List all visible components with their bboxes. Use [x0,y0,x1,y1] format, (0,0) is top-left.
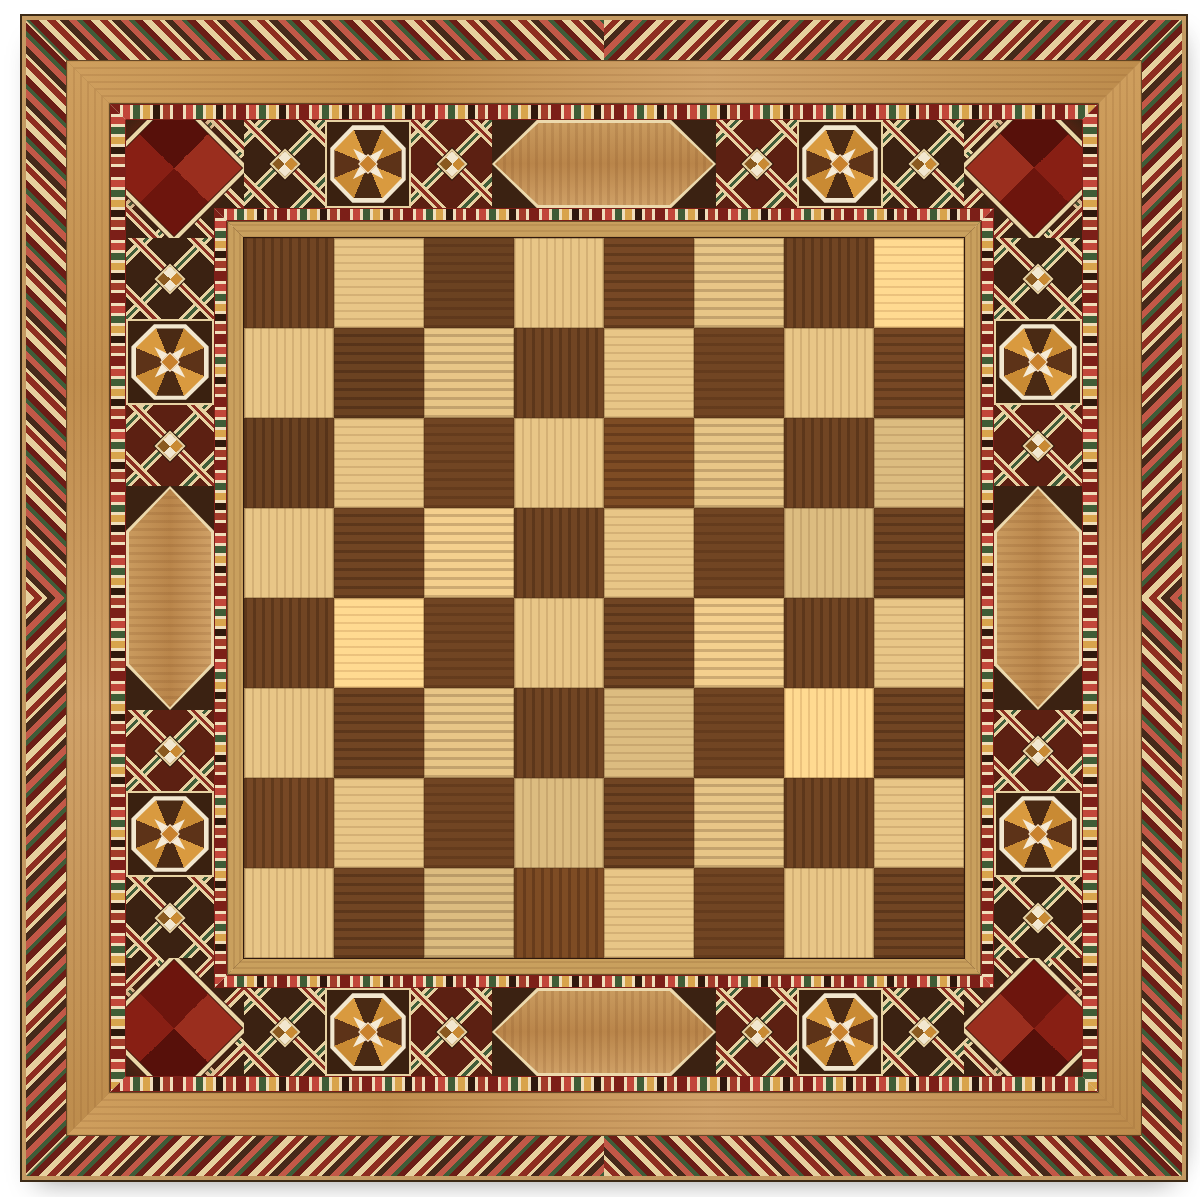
square-a3[interactable] [244,688,334,778]
square-e5[interactable] [604,508,694,598]
chevron-half [26,20,604,60]
lattice-motif [126,877,214,958]
chevron-band-top [26,20,1182,60]
square-g5[interactable] [784,508,874,598]
square-b3[interactable] [334,688,424,778]
oak-frame-bottom [227,958,981,975]
ornate-border-right [994,238,1082,958]
oak-frame-top [227,221,981,238]
oak-hexagon-motif [126,486,214,710]
mosaic-strip-outer-bottom [110,1076,1098,1092]
square-g4[interactable] [784,598,874,688]
square-h5[interactable] [874,508,964,598]
lattice-motif-maroon [716,120,797,208]
lattice-motif [126,238,214,319]
chevron-band-bottom [26,1136,1182,1176]
rosette-motif [797,988,883,1076]
square-f7[interactable] [694,328,784,418]
square-h7[interactable] [874,328,964,418]
square-a6[interactable] [244,418,334,508]
square-g7[interactable] [784,328,874,418]
lattice-motif [994,238,1082,319]
square-h8[interactable] [874,238,964,328]
chevron-half [26,1136,604,1176]
mosaic-strip-outer-left [110,104,126,1092]
square-e4[interactable] [604,598,694,688]
lattice-motif-maroon [126,710,214,791]
rosette-motif [994,791,1082,877]
chess-board [22,16,1186,1180]
square-c2[interactable] [424,778,514,868]
square-b6[interactable] [334,418,424,508]
square-a5[interactable] [244,508,334,598]
lattice-motif-maroon [411,988,492,1076]
oak-hexagon-motif [492,120,716,208]
oak-band-left [66,60,110,1136]
chevron-half [26,598,66,1176]
oak-band-bottom [66,1092,1142,1136]
lattice-motif [244,120,325,208]
oak-band-top [66,60,1142,104]
hexagon-wood [495,991,713,1073]
hexagon-wood [997,489,1079,707]
lattice-motif [994,877,1082,958]
rosette-motif [325,988,411,1076]
chevron-half [1142,20,1182,598]
mosaic-strip-inner-left [214,208,227,988]
mosaic-strip-outer-right [1082,104,1098,1092]
ornate-border-top [244,120,964,208]
square-f3[interactable] [694,688,784,778]
mosaic-strip-inner-right [981,208,994,988]
rosette-motif [126,791,214,877]
mosaic-strip-inner-top [214,208,994,221]
rosette-motif [325,120,411,208]
square-c3[interactable] [424,688,514,778]
square-e8[interactable] [604,238,694,328]
square-f1[interactable] [694,868,784,958]
chevron-half [1142,598,1182,1176]
square-e6[interactable] [604,418,694,508]
lattice-motif-maroon [716,988,797,1076]
square-d4[interactable] [514,598,604,688]
square-c6[interactable] [424,418,514,508]
checkerboard [244,238,964,958]
square-c8[interactable] [424,238,514,328]
ornate-border-left [126,238,214,958]
square-a8[interactable] [244,238,334,328]
square-h1[interactable] [874,868,964,958]
lattice-motif [883,988,964,1076]
square-e7[interactable] [604,328,694,418]
lattice-motif-maroon [411,120,492,208]
square-f8[interactable] [694,238,784,328]
rosette-motif [994,319,1082,405]
square-a1[interactable] [244,868,334,958]
square-c1[interactable] [424,868,514,958]
square-e3[interactable] [604,688,694,778]
square-b8[interactable] [334,238,424,328]
square-e1[interactable] [604,868,694,958]
square-g8[interactable] [784,238,874,328]
square-d3[interactable] [514,688,604,778]
chevron-half [26,20,66,598]
chevron-band-left [26,20,66,1176]
square-f5[interactable] [694,508,784,598]
square-d5[interactable] [514,508,604,598]
mosaic-strip-inner-bottom [214,975,994,988]
oak-hexagon-motif [492,988,716,1076]
square-g2[interactable] [784,778,874,868]
square-g6[interactable] [784,418,874,508]
lattice-motif-maroon [126,405,214,486]
rosette-motif [126,319,214,405]
lattice-motif-maroon [994,405,1082,486]
oak-hexagon-motif [994,486,1082,710]
square-c5[interactable] [424,508,514,598]
chevron-half [604,20,1182,60]
square-d1[interactable] [514,868,604,958]
square-b2[interactable] [334,778,424,868]
square-h4[interactable] [874,598,964,688]
square-a2[interactable] [244,778,334,868]
square-g3[interactable] [784,688,874,778]
square-d7[interactable] [514,328,604,418]
square-c7[interactable] [424,328,514,418]
square-f4[interactable] [694,598,784,688]
oak-band-right [1098,60,1142,1136]
square-b1[interactable] [334,868,424,958]
square-b5[interactable] [334,508,424,598]
chevron-band-right [1142,20,1182,1176]
lattice-motif [883,120,964,208]
square-g1[interactable] [784,868,874,958]
square-d6[interactable] [514,418,604,508]
square-h2[interactable] [874,778,964,868]
ornate-border-bottom [244,988,964,1076]
lattice-motif [244,988,325,1076]
square-a4[interactable] [244,598,334,688]
lattice-motif-maroon [994,710,1082,791]
oak-frame-right [964,221,981,975]
square-c4[interactable] [424,598,514,688]
square-b4[interactable] [334,598,424,688]
square-h6[interactable] [874,418,964,508]
hexagon-wood [495,123,713,205]
oak-frame-left [227,221,244,975]
chevron-half [604,1136,1182,1176]
square-b7[interactable] [334,328,424,418]
hexagon-wood [129,489,211,707]
square-e2[interactable] [604,778,694,868]
square-d2[interactable] [514,778,604,868]
square-f6[interactable] [694,418,784,508]
square-h3[interactable] [874,688,964,778]
square-a7[interactable] [244,328,334,418]
mosaic-strip-outer-top [110,104,1098,120]
square-f2[interactable] [694,778,784,868]
rosette-motif [797,120,883,208]
product-photo [0,0,1200,1197]
square-d8[interactable] [514,238,604,328]
